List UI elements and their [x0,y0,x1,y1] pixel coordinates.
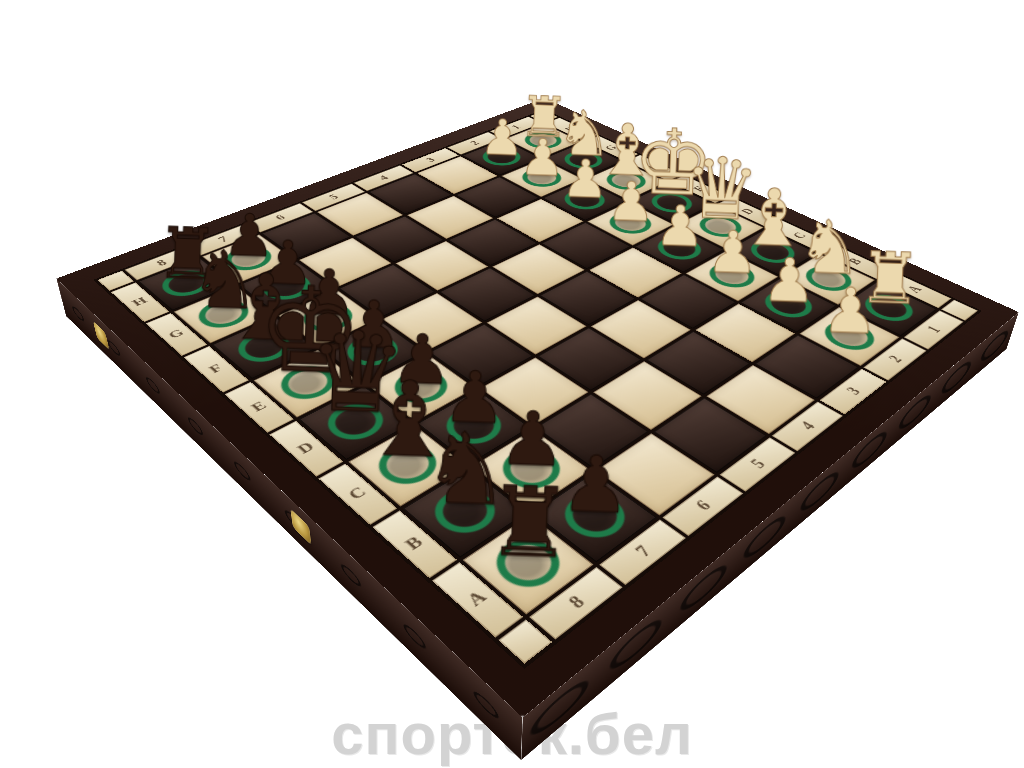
rank-label-cell-8-near: 8 [529,567,622,640]
rank-label-cell-5-near: 5 [720,437,796,491]
rank-label: 5 [326,193,341,201]
white-pawn-glyph: ♟ [777,277,925,344]
board-grid: HGFEDCBA1♜♞♝♚♛♝♞♜12♟♟♟♟♟♟♟♟2334455667♟♟♟… [93,109,982,669]
file-label: H [129,296,150,309]
file-label: B [401,533,427,553]
file-label: C [344,484,370,503]
rank-label: 7 [631,542,656,561]
rank-label: 2 [885,353,907,365]
board-photo-scene: HGFEDCBA1♜♞♝♚♛♝♞♜12♟♟♟♟♟♟♟♟2334455667♟♟♟… [0,0,1024,768]
chess-board: HGFEDCBA1♜♞♝♚♛♝♞♜12♟♟♟♟♟♟♟♟2334455667♟♟♟… [56,98,1018,717]
rank-label: 4 [796,419,819,433]
rank-label: 4 [376,174,391,182]
file-label: E [248,399,270,414]
file-label: G [165,327,187,341]
rank-label-cell-4-near: 4 [772,402,843,452]
brass-hinge [93,321,110,350]
file-label: F [206,362,226,376]
rank-label: 3 [842,384,864,397]
dark-rook-glyph: ♜ [433,472,627,574]
rank-label: 1 [924,324,945,335]
rank-label: 5 [746,456,770,472]
rank-label: 6 [691,497,715,514]
file-label: A [462,587,491,610]
board-frame: HGFEDCBA1♜♞♝♚♛♝♞♜12♟♟♟♟♟♟♟♟2334455667♟♟♟… [56,98,1018,717]
rank-label: 8 [564,592,590,613]
rank-label: 3 [423,156,438,163]
file-label: D [294,439,318,456]
